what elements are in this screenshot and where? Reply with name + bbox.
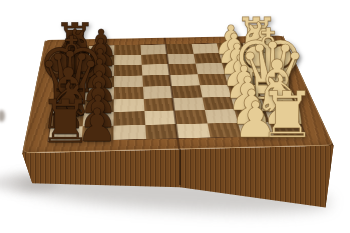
square-a6 [113,125,145,140]
square-g7 [87,55,114,66]
square-c4 [173,97,205,110]
square-h1 [242,42,271,52]
square-d1 [256,84,289,96]
square-e7 [85,76,114,88]
square-f4 [168,64,197,75]
square-b7 [82,112,113,126]
square-a4 [176,123,210,138]
square-f2 [222,62,252,73]
square-g2 [219,52,248,63]
square-g3 [193,53,222,64]
square-b5 [144,111,176,125]
square-b1 [264,108,299,122]
square-c1 [260,95,294,108]
square-h2 [217,43,246,53]
square-c8 [53,100,85,113]
square-g4 [167,53,195,64]
square-b6 [114,111,145,125]
square-d2 [228,84,260,96]
square-e5 [142,75,171,87]
square-h7 [88,45,115,55]
square-h8 [61,46,88,56]
square-b8 [51,113,84,127]
square-d7 [84,87,114,100]
square-e6 [114,75,143,87]
square-g5 [141,54,169,65]
square-f5 [141,64,169,75]
square-h3 [191,43,219,53]
square-c7 [83,99,114,112]
square-b2 [234,109,268,123]
square-b3 [204,109,238,123]
square-e1 [252,72,284,84]
square-d3 [199,85,231,97]
square-c3 [202,97,235,110]
square-d5 [142,86,172,99]
square-a2 [238,122,274,137]
square-g6 [114,55,141,66]
chess-set-photo: ♜♟♟♜♞♟♟♞♝♟♟♝♚♟♟♚♛♟♟♛♝♟♟♝♞♟♟♞♜♟♟♜ [0,0,350,233]
square-f3 [195,63,225,74]
square-g1 [245,52,275,63]
square-f6 [114,65,142,76]
square-a1 [269,121,305,136]
square-c2 [231,96,264,109]
square-d4 [171,85,202,98]
box-front-fold-seam [179,149,181,185]
square-c6 [114,99,144,112]
square-g8 [60,56,88,67]
square-c5 [143,98,174,111]
square-a7 [81,125,113,140]
square-f1 [249,62,280,73]
square-e4 [170,74,200,86]
square-d6 [114,87,143,100]
square-e8 [56,76,86,88]
square-f8 [58,66,87,77]
square-a8 [49,126,83,141]
square-h6 [114,45,140,55]
square-e2 [225,73,256,85]
square-a5 [145,124,178,139]
chessboard [22,35,333,153]
square-h5 [140,44,167,54]
square-a3 [207,123,242,138]
square-f7 [86,65,114,76]
square-d8 [55,88,86,101]
square-h4 [166,44,193,54]
square-e3 [197,74,228,86]
photo-edge-artifact [0,110,5,122]
square-b4 [174,110,207,124]
